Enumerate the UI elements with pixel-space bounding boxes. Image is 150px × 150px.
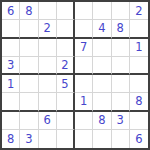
cell-r6c6[interactable] (93, 93, 111, 111)
cell-r5c7[interactable] (112, 75, 130, 93)
cell-r3c6[interactable] (93, 39, 111, 57)
cell-r4c1[interactable]: 3 (2, 57, 20, 75)
cell-r1c6[interactable] (93, 2, 111, 20)
cell-r3c4[interactable] (57, 39, 75, 57)
cell-r5c8[interactable] (130, 75, 148, 93)
cell-r6c4[interactable] (57, 93, 75, 111)
cell-r2c2[interactable] (20, 20, 38, 38)
cell-r1c1[interactable]: 6 (2, 2, 20, 20)
cell-r8c6[interactable] (93, 130, 111, 148)
cell-r7c1[interactable] (2, 112, 20, 130)
cell-r5c6[interactable] (93, 75, 111, 93)
cell-r7c5[interactable] (75, 112, 93, 130)
cell-r8c1[interactable]: 8 (2, 130, 20, 148)
cell-r1c5[interactable] (75, 2, 93, 20)
cell-r8c7[interactable] (112, 130, 130, 148)
cell-r6c5[interactable]: 1 (75, 93, 93, 111)
cell-r1c2[interactable]: 8 (20, 2, 38, 20)
cell-r7c3[interactable]: 6 (39, 112, 57, 130)
cell-r7c2[interactable] (20, 112, 38, 130)
cell-r3c3[interactable] (39, 39, 57, 57)
cell-r4c2[interactable] (20, 57, 38, 75)
cell-r4c4[interactable]: 2 (57, 57, 75, 75)
cell-r5c1[interactable]: 1 (2, 75, 20, 93)
cell-r7c8[interactable] (130, 112, 148, 130)
cell-r3c5[interactable]: 7 (75, 39, 93, 57)
cell-r3c8[interactable]: 1 (130, 39, 148, 57)
cell-r8c2[interactable]: 3 (20, 130, 38, 148)
cell-r4c8[interactable] (130, 57, 148, 75)
cell-r2c3[interactable]: 2 (39, 20, 57, 38)
cell-r6c7[interactable] (112, 93, 130, 111)
cell-r8c8[interactable]: 6 (130, 130, 148, 148)
cell-r1c7[interactable] (112, 2, 130, 20)
cell-r2c6[interactable]: 4 (93, 20, 111, 38)
cell-r6c2[interactable] (20, 93, 38, 111)
cell-r1c3[interactable] (39, 2, 57, 20)
cell-r5c3[interactable] (39, 75, 57, 93)
cell-r6c8[interactable]: 8 (130, 93, 148, 111)
cell-r8c3[interactable] (39, 130, 57, 148)
cell-r8c5[interactable] (75, 130, 93, 148)
cell-r5c4[interactable]: 5 (57, 75, 75, 93)
cell-r1c4[interactable] (57, 2, 75, 20)
cell-r3c2[interactable] (20, 39, 38, 57)
cell-r8c4[interactable] (57, 130, 75, 148)
cell-r1c8[interactable]: 2 (130, 2, 148, 20)
cell-r5c5[interactable] (75, 75, 93, 93)
cell-r4c5[interactable] (75, 57, 93, 75)
cell-r4c3[interactable] (39, 57, 57, 75)
cell-r7c7[interactable]: 3 (112, 112, 130, 130)
cell-r2c5[interactable] (75, 20, 93, 38)
sudoku-board: 68224871321518683836 (0, 0, 150, 150)
cell-r2c7[interactable]: 8 (112, 20, 130, 38)
cell-r2c8[interactable] (130, 20, 148, 38)
cell-r3c1[interactable] (2, 39, 20, 57)
cell-r4c6[interactable] (93, 57, 111, 75)
cell-r7c6[interactable]: 8 (93, 112, 111, 130)
cell-r2c4[interactable] (57, 20, 75, 38)
cell-r6c3[interactable] (39, 93, 57, 111)
cell-r5c2[interactable] (20, 75, 38, 93)
cell-r7c4[interactable] (57, 112, 75, 130)
cell-r4c7[interactable] (112, 57, 130, 75)
cell-r2c1[interactable] (2, 20, 20, 38)
cell-r6c1[interactable] (2, 93, 20, 111)
cell-r3c7[interactable] (112, 39, 130, 57)
